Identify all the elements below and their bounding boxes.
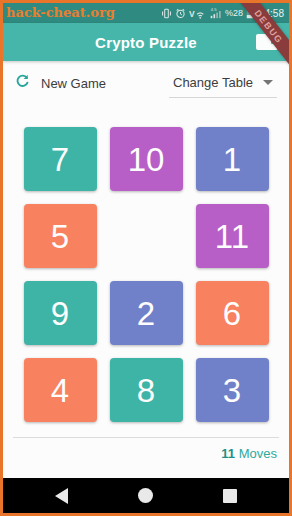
page-title: Crypto Puzzle (95, 34, 197, 51)
moves-counter: 11 Moves (3, 438, 289, 461)
app-bar: Crypto Puzzle (3, 23, 289, 61)
spacer (3, 461, 289, 478)
battery-percent: %28 (225, 8, 243, 18)
tile-2[interactable]: 2 (110, 281, 183, 345)
empty-cell (110, 204, 183, 268)
new-game-button[interactable]: New Game (15, 74, 106, 93)
svg-text:V: V (189, 8, 195, 18)
table-selector-value: Change Table (173, 75, 253, 90)
tile-6[interactable]: 6 (196, 281, 269, 345)
tile-3[interactable]: 3 (196, 358, 269, 422)
svg-text:4.5: 4.5 (211, 7, 217, 12)
tile-10[interactable]: 10 (110, 127, 183, 191)
tile-4[interactable]: 4 (24, 358, 97, 422)
chevron-down-icon (263, 80, 273, 85)
nav-recents-icon[interactable] (223, 489, 237, 503)
board: 7101511926483 (24, 127, 269, 422)
tile-1[interactable]: 1 (196, 127, 269, 191)
alarm-icon (175, 8, 186, 19)
nav-back-icon[interactable] (55, 488, 68, 504)
vowifi-icon: V (189, 8, 206, 19)
tile-11[interactable]: 11 (196, 204, 269, 268)
table-selector-dropdown[interactable]: Change Table (169, 70, 277, 98)
phone-screen: hack-cheat.org V 4.5 %28 14:58 Crypto Pu… (0, 0, 292, 516)
toolbar: New Game Change Table (3, 61, 289, 106)
new-game-label: New Game (41, 76, 106, 91)
tile-7[interactable]: 7 (24, 127, 97, 191)
moves-label: Moves (239, 446, 277, 461)
tile-8[interactable]: 8 (110, 358, 183, 422)
tile-5[interactable]: 5 (24, 204, 97, 268)
tile-9[interactable]: 9 (24, 281, 97, 345)
nav-home-icon[interactable] (138, 488, 153, 503)
signal-icon: 4.5 (209, 7, 222, 19)
android-nav-bar (3, 478, 289, 513)
refresh-icon (15, 74, 30, 93)
watermark-text: hack-cheat.org (6, 3, 115, 23)
moves-count: 11 (221, 446, 235, 461)
vibrate-icon (161, 8, 172, 19)
